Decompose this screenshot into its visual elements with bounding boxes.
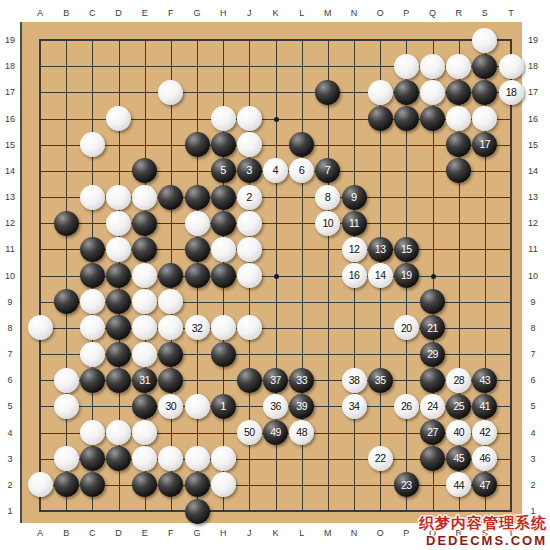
white-stone-R6-move-28[interactable]: 28 <box>446 368 471 393</box>
col-label-top: G <box>194 8 201 18</box>
move-number: 43 <box>480 375 491 386</box>
black-stone-Q16[interactable] <box>420 106 445 131</box>
row-label-right: 8 <box>530 323 535 333</box>
row-label-left: 19 <box>5 35 15 45</box>
row-label-right: 4 <box>530 428 535 438</box>
move-number: 39 <box>296 401 307 412</box>
white-stone-Q18[interactable] <box>420 54 445 79</box>
row-label-right: 14 <box>528 166 538 176</box>
move-number: 44 <box>453 480 464 491</box>
move-number: 46 <box>480 453 491 464</box>
col-label-bottom: A <box>37 528 43 538</box>
move-number: 38 <box>349 375 360 386</box>
black-stone-Q4-move-27[interactable]: 27 <box>420 420 445 445</box>
move-number: 9 <box>351 192 357 203</box>
move-number: 32 <box>192 323 203 334</box>
black-stone-S18[interactable] <box>472 54 497 79</box>
white-stone-D16[interactable] <box>106 106 131 131</box>
move-number: 3 <box>246 165 252 176</box>
white-stone-J15[interactable] <box>237 132 262 157</box>
move-number: 14 <box>375 270 386 281</box>
move-number: 45 <box>453 453 464 464</box>
white-stone-N6-move-38[interactable]: 38 <box>342 368 367 393</box>
white-stone-E13[interactable] <box>132 185 157 210</box>
star-point <box>431 274 436 279</box>
black-stone-L6-move-33[interactable]: 33 <box>289 368 314 393</box>
move-number: 50 <box>244 427 255 438</box>
black-stone-H13[interactable] <box>211 185 236 210</box>
white-stone-G5[interactable] <box>185 394 210 419</box>
black-stone-H12[interactable] <box>211 211 236 236</box>
black-stone-L5-move-39[interactable]: 39 <box>289 394 314 419</box>
move-number: 25 <box>453 401 464 412</box>
black-stone-C6[interactable] <box>80 368 105 393</box>
white-stone-O3-move-22[interactable]: 22 <box>368 446 393 471</box>
col-label-top: M <box>324 8 332 18</box>
row-label-right: 3 <box>530 454 535 464</box>
black-stone-F7[interactable] <box>158 342 183 367</box>
black-stone-E6-move-31[interactable]: 31 <box>132 368 157 393</box>
col-label-top: H <box>220 8 227 18</box>
black-stone-G2[interactable] <box>185 472 210 497</box>
move-number: 35 <box>375 375 386 386</box>
row-label-right: 2 <box>530 480 535 490</box>
row-label-left: 3 <box>7 454 12 464</box>
black-stone-K4-move-49[interactable]: 49 <box>263 420 288 445</box>
black-stone-N12-move-11[interactable]: 11 <box>342 211 367 236</box>
col-label-bottom: M <box>324 528 332 538</box>
black-stone-D7[interactable] <box>106 342 131 367</box>
white-stone-B3[interactable] <box>54 446 79 471</box>
col-label-top: C <box>89 8 96 18</box>
black-stone-O6-move-35[interactable]: 35 <box>368 368 393 393</box>
move-number: 28 <box>453 375 464 386</box>
white-stone-O17[interactable] <box>368 80 393 105</box>
white-stone-C4[interactable] <box>80 420 105 445</box>
move-number: 37 <box>270 375 281 386</box>
white-stone-T17-move-18[interactable]: 18 <box>499 80 524 105</box>
row-label-left: 2 <box>7 480 12 490</box>
move-number: 18 <box>506 87 517 98</box>
watermark: 织梦内容管理系统 DEDECMS.COM <box>419 514 547 548</box>
white-stone-O10-move-14[interactable]: 14 <box>368 263 393 288</box>
black-stone-R17[interactable] <box>446 80 471 105</box>
row-label-right: 7 <box>530 349 535 359</box>
col-label-bottom: F <box>168 528 174 538</box>
star-point <box>274 117 279 122</box>
row-label-right: 16 <box>528 114 538 124</box>
row-label-left: 14 <box>5 166 15 176</box>
move-number: 2 <box>246 192 252 203</box>
watermark-line1: 织梦内容管理系统 <box>419 514 547 533</box>
white-stone-A8[interactable] <box>28 315 53 340</box>
col-label-top: P <box>403 8 409 18</box>
row-label-right: 17 <box>528 87 538 97</box>
move-number: 21 <box>427 323 438 334</box>
white-stone-P18[interactable] <box>394 54 419 79</box>
col-label-top: D <box>115 8 122 18</box>
move-number: 41 <box>480 401 491 412</box>
row-label-left: 16 <box>5 114 15 124</box>
star-point <box>274 274 279 279</box>
move-number: 23 <box>401 480 412 491</box>
black-stone-B2[interactable] <box>54 472 79 497</box>
move-number: 30 <box>166 401 177 412</box>
white-stone-J12[interactable] <box>237 211 262 236</box>
col-label-bottom: K <box>273 528 279 538</box>
watermark-line2: DEDECMS.COM <box>419 533 547 548</box>
black-stone-P16[interactable] <box>394 106 419 131</box>
row-label-left: 13 <box>5 192 15 202</box>
move-number: 36 <box>270 401 281 412</box>
move-number: 24 <box>427 401 438 412</box>
col-label-top: T <box>508 8 514 18</box>
move-number: 42 <box>480 427 491 438</box>
black-stone-P11-move-15[interactable]: 15 <box>394 237 419 262</box>
black-stone-C11[interactable] <box>80 237 105 262</box>
white-stone-J4-move-50[interactable]: 50 <box>237 420 262 445</box>
move-number: 29 <box>427 349 438 360</box>
white-stone-H11[interactable] <box>211 237 236 262</box>
white-stone-J11[interactable] <box>237 237 262 262</box>
white-stone-J16[interactable] <box>237 106 262 131</box>
black-stone-B9[interactable] <box>54 289 79 314</box>
move-number: 48 <box>296 427 307 438</box>
col-label-bottom: D <box>115 528 122 538</box>
black-stone-G11[interactable] <box>185 237 210 262</box>
row-label-left: 9 <box>7 297 12 307</box>
col-label-bottom: N <box>351 528 358 538</box>
white-stone-S19[interactable] <box>472 28 497 53</box>
col-label-top: O <box>377 8 384 18</box>
col-label-bottom: C <box>89 528 96 538</box>
row-label-left: 8 <box>7 323 12 333</box>
col-label-bottom: G <box>194 528 201 538</box>
black-stone-R5-move-25[interactable]: 25 <box>446 394 471 419</box>
black-stone-H5-move-1[interactable]: 1 <box>211 394 236 419</box>
black-stone-P17[interactable] <box>394 80 419 105</box>
col-label-top: A <box>37 8 43 18</box>
white-stone-C9[interactable] <box>80 289 105 314</box>
row-label-left: 10 <box>5 271 15 281</box>
col-label-bottom: J <box>247 528 252 538</box>
black-stone-Q7-move-29[interactable]: 29 <box>420 342 445 367</box>
black-stone-H7[interactable] <box>211 342 236 367</box>
move-number: 6 <box>299 165 305 176</box>
row-label-left: 1 <box>7 506 12 516</box>
move-number: 34 <box>349 401 360 412</box>
white-stone-R18[interactable] <box>446 54 471 79</box>
white-stone-C13[interactable] <box>80 185 105 210</box>
row-label-right: 18 <box>528 61 538 71</box>
white-stone-H8[interactable] <box>211 315 236 340</box>
row-label-right: 13 <box>528 192 538 202</box>
black-stone-D6[interactable] <box>106 368 131 393</box>
move-number: 13 <box>375 244 386 255</box>
row-label-left: 18 <box>5 61 15 71</box>
black-stone-F6[interactable] <box>158 368 183 393</box>
go-diagram-page: AABBCCDDEEFFGGHHJJKKLLMMNNOOPPQQRRSSTT19… <box>0 0 550 550</box>
black-stone-G1[interactable] <box>185 499 210 524</box>
col-label-bottom: O <box>377 528 384 538</box>
col-label-top: E <box>142 8 148 18</box>
move-number: 27 <box>427 427 438 438</box>
white-stone-J10[interactable] <box>237 263 262 288</box>
black-stone-N13-move-9[interactable]: 9 <box>342 185 367 210</box>
col-label-top: N <box>351 8 358 18</box>
black-stone-G15[interactable] <box>185 132 210 157</box>
row-label-left: 11 <box>5 244 14 254</box>
white-stone-J13-move-2[interactable]: 2 <box>237 185 262 210</box>
row-label-left: 15 <box>5 140 15 150</box>
white-stone-N10-move-16[interactable]: 16 <box>342 263 367 288</box>
col-label-bottom: E <box>142 528 148 538</box>
black-stone-C3[interactable] <box>80 446 105 471</box>
black-stone-J6[interactable] <box>237 368 262 393</box>
row-label-right: 5 <box>530 401 535 411</box>
move-number: 8 <box>325 192 331 203</box>
black-stone-E5[interactable] <box>132 394 157 419</box>
row-label-left: 17 <box>5 87 15 97</box>
black-stone-S6-move-43[interactable]: 43 <box>472 368 497 393</box>
black-stone-C10[interactable] <box>80 263 105 288</box>
move-number: 5 <box>220 165 226 176</box>
move-number: 26 <box>401 401 412 412</box>
move-number: 15 <box>401 244 412 255</box>
black-stone-H15[interactable] <box>211 132 236 157</box>
row-label-left: 6 <box>7 375 12 385</box>
white-stone-G12[interactable] <box>185 211 210 236</box>
white-stone-N11-move-12[interactable]: 12 <box>342 237 367 262</box>
move-number: 49 <box>270 427 281 438</box>
white-stone-D13[interactable] <box>106 185 131 210</box>
col-label-bottom: L <box>299 528 304 538</box>
move-number: 1 <box>220 401 226 412</box>
col-label-top: F <box>168 8 174 18</box>
white-stone-T18[interactable] <box>499 54 524 79</box>
black-stone-H14-move-5[interactable]: 5 <box>211 158 236 183</box>
black-stone-F13[interactable] <box>158 185 183 210</box>
black-stone-P10-move-19[interactable]: 19 <box>394 263 419 288</box>
row-label-right: 19 <box>528 35 538 45</box>
white-stone-A2[interactable] <box>28 472 53 497</box>
white-stone-Q5-move-24[interactable]: 24 <box>420 394 445 419</box>
move-number: 7 <box>325 165 331 176</box>
row-label-right: 12 <box>528 218 538 228</box>
white-stone-P5-move-26[interactable]: 26 <box>394 394 419 419</box>
white-stone-B5[interactable] <box>54 394 79 419</box>
row-label-left: 5 <box>7 401 12 411</box>
move-number: 10 <box>323 218 334 229</box>
col-label-top: S <box>482 8 488 18</box>
move-number: 19 <box>401 270 412 281</box>
white-stone-E7[interactable] <box>132 342 157 367</box>
white-stone-Q17[interactable] <box>420 80 445 105</box>
white-stone-N5-move-34[interactable]: 34 <box>342 394 367 419</box>
move-number: 47 <box>480 480 491 491</box>
row-label-right: 6 <box>530 375 535 385</box>
white-stone-B6[interactable] <box>54 368 79 393</box>
move-number: 20 <box>401 323 412 334</box>
black-stone-G13[interactable] <box>185 185 210 210</box>
row-label-left: 12 <box>5 218 15 228</box>
col-label-top: B <box>63 8 69 18</box>
black-stone-H10[interactable] <box>211 263 236 288</box>
row-label-left: 7 <box>7 349 12 359</box>
black-stone-O11-move-13[interactable]: 13 <box>368 237 393 262</box>
row-label-right: 10 <box>528 271 538 281</box>
white-stone-D4[interactable] <box>106 420 131 445</box>
move-number: 16 <box>349 270 360 281</box>
white-stone-H3[interactable] <box>211 446 236 471</box>
white-stone-D11[interactable] <box>106 237 131 262</box>
move-number: 22 <box>375 453 386 464</box>
move-number: 12 <box>349 244 360 255</box>
black-stone-B12[interactable] <box>54 211 79 236</box>
col-label-bottom: P <box>403 528 409 538</box>
black-stone-G10[interactable] <box>185 263 210 288</box>
move-number: 33 <box>296 375 307 386</box>
white-stone-M13-move-8[interactable]: 8 <box>315 185 340 210</box>
white-stone-H16[interactable] <box>211 106 236 131</box>
white-stone-G3[interactable] <box>185 446 210 471</box>
black-stone-E12[interactable] <box>132 211 157 236</box>
black-stone-O16[interactable] <box>368 106 393 131</box>
move-number: 40 <box>453 427 464 438</box>
move-number: 31 <box>139 375 150 386</box>
row-label-right: 15 <box>528 140 538 150</box>
col-label-top: K <box>273 8 279 18</box>
col-label-top: R <box>455 8 462 18</box>
row-label-right: 11 <box>528 244 537 254</box>
white-stone-H2[interactable] <box>211 472 236 497</box>
move-number: 11 <box>349 218 359 229</box>
white-stone-G8-move-32[interactable]: 32 <box>185 315 210 340</box>
white-stone-M12-move-10[interactable]: 10 <box>315 211 340 236</box>
white-stone-D12[interactable] <box>106 211 131 236</box>
move-number: 17 <box>480 139 491 150</box>
move-number: 4 <box>272 165 278 176</box>
col-label-top: Q <box>429 8 436 18</box>
row-label-right: 9 <box>530 297 535 307</box>
col-label-bottom: H <box>220 528 227 538</box>
col-label-bottom: B <box>63 528 69 538</box>
col-label-top: L <box>299 8 304 18</box>
white-stone-C15[interactable] <box>80 132 105 157</box>
col-label-top: J <box>247 8 252 18</box>
black-stone-K6-move-37[interactable]: 37 <box>263 368 288 393</box>
black-stone-Q6[interactable] <box>420 368 445 393</box>
white-stone-K5-move-36[interactable]: 36 <box>263 394 288 419</box>
white-stone-C7[interactable] <box>80 342 105 367</box>
black-stone-D10[interactable] <box>106 263 131 288</box>
black-stone-E11[interactable] <box>132 237 157 262</box>
row-label-left: 4 <box>7 428 12 438</box>
